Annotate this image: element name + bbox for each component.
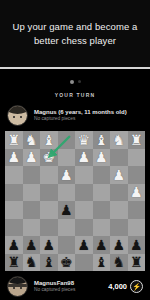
black-pawn[interactable]: ♟ (42, 238, 55, 252)
board-square[interactable]: ♟ (23, 149, 41, 167)
board-square[interactable] (5, 184, 23, 202)
board-square[interactable] (75, 184, 93, 202)
board-square[interactable] (75, 254, 93, 272)
board-square[interactable]: ♟ (23, 236, 41, 254)
coin-amount: 4,000 (108, 282, 127, 291)
board-square[interactable] (75, 219, 93, 237)
avatar-hair (7, 276, 28, 284)
board-square[interactable]: ♟ (5, 236, 23, 254)
black-knight[interactable]: ♞ (112, 255, 125, 269)
board-square[interactable]: ♜ (128, 131, 146, 149)
white-pawn[interactable]: ♟ (25, 150, 38, 164)
board-square[interactable] (23, 166, 41, 184)
board-square[interactable] (5, 166, 23, 184)
black-pawn[interactable]: ♟ (95, 238, 108, 252)
board-square[interactable]: ♚ (40, 149, 58, 167)
black-pawn[interactable]: ♟ (7, 238, 20, 252)
white-rook[interactable]: ♜ (7, 133, 20, 147)
section-divider (0, 67, 150, 69)
board-square[interactable]: ♟ (58, 201, 76, 219)
board-square[interactable]: ♜ (5, 254, 23, 272)
board-square[interactable]: ♟ (5, 149, 23, 167)
board-square[interactable]: ♝ (93, 254, 111, 272)
white-rook[interactable]: ♜ (130, 133, 143, 147)
board-square[interactable] (93, 201, 111, 219)
white-bishop[interactable]: ♝ (95, 133, 108, 147)
board-square[interactable]: ♟ (58, 166, 76, 184)
board-square[interactable] (93, 166, 111, 184)
board-square[interactable]: ♟ (75, 236, 93, 254)
black-bishop[interactable]: ♝ (42, 255, 55, 269)
white-pawn[interactable]: ♟ (60, 168, 73, 182)
headphones (7, 284, 28, 287)
board-square[interactable]: ♟ (110, 166, 128, 184)
board-square[interactable] (128, 149, 146, 167)
white-pawn[interactable]: ♟ (112, 168, 125, 182)
board-square[interactable] (58, 219, 76, 237)
white-king[interactable]: ♚ (42, 150, 55, 164)
player-avatar (7, 276, 28, 297)
board-square[interactable] (128, 219, 146, 237)
black-pawn[interactable]: ♟ (77, 238, 90, 252)
black-king[interactable]: ♚ (60, 255, 73, 269)
board-square[interactable]: ♜ (128, 254, 146, 272)
board-square[interactable] (23, 184, 41, 202)
board-square[interactable]: ♝ (93, 131, 111, 149)
board-square[interactable] (40, 219, 58, 237)
board-square[interactable] (58, 131, 76, 149)
board-square[interactable]: ♟ (128, 236, 146, 254)
black-bishop[interactable]: ♝ (95, 255, 108, 269)
board-square[interactable]: ♟ (93, 236, 111, 254)
board-square[interactable] (110, 219, 128, 237)
board-square[interactable]: ♜ (5, 131, 23, 149)
player-name: MagnusFan98 (34, 280, 75, 286)
opponent-row: Magnus (6 years, 11 months old) No captu… (0, 103, 150, 127)
white-knight[interactable]: ♞ (25, 133, 38, 147)
promo-header: Up your game and become a better chess p… (0, 0, 150, 67)
black-pawn[interactable]: ♟ (60, 203, 73, 217)
avatar-hair (7, 105, 28, 114)
board-square[interactable]: ♞ (23, 254, 41, 272)
board-square[interactable]: ♟ (40, 236, 58, 254)
board-square[interactable] (40, 201, 58, 219)
turn-indicator: YOUR TURN (0, 92, 150, 98)
headline-text: Up your game and become a better chess p… (0, 20, 150, 48)
board-square[interactable] (110, 149, 128, 167)
board-square[interactable] (75, 201, 93, 219)
board-square[interactable]: ♟ (110, 236, 128, 254)
board-square[interactable] (93, 219, 111, 237)
board-square[interactable] (110, 201, 128, 219)
carousel-dot-inactive[interactable] (78, 80, 81, 83)
white-queen[interactable]: ♛ (77, 133, 90, 147)
board-square[interactable] (128, 166, 146, 184)
carousel-dot-active[interactable] (70, 80, 74, 84)
white-pawn[interactable]: ♟ (7, 150, 20, 164)
coin-icon: ⚡ (130, 280, 143, 293)
board-square[interactable]: ♛ (75, 131, 93, 149)
white-pawn[interactable]: ♟ (77, 150, 90, 164)
board-square[interactable] (58, 184, 76, 202)
black-pawn[interactable]: ♟ (112, 238, 125, 252)
board-square[interactable] (58, 236, 76, 254)
white-pawn[interactable]: ♟ (130, 185, 143, 199)
coin-balance[interactable]: 4,000 ⚡ (108, 280, 143, 293)
black-pawn[interactable]: ♟ (25, 238, 38, 252)
opponent-avatar (7, 105, 28, 126)
carousel-dots[interactable] (0, 79, 150, 84)
board-square[interactable] (93, 184, 111, 202)
board-grid: ♜♞♝♛♝♞♜♟♟♚♟♟♟♟♟♟♟♟♟♟♟♟♟♜♞♝♚♝♞♜ (5, 131, 145, 271)
player-captured-pieces: No captured pieces (34, 287, 75, 292)
board-square[interactable]: ♟ (93, 149, 111, 167)
player-row: MagnusFan98 No captured pieces 4,000 ⚡ (0, 271, 150, 300)
board-square[interactable] (5, 219, 23, 237)
lightning-bolt-icon: ⚡ (132, 282, 141, 289)
board-square[interactable] (40, 184, 58, 202)
board-square[interactable]: ♞ (23, 131, 41, 149)
black-rook[interactable]: ♜ (7, 255, 20, 269)
board-square[interactable]: ♝ (40, 254, 58, 272)
opponent-captured-pieces: No captured pieces (34, 116, 127, 121)
board-square[interactable] (75, 166, 93, 184)
board-square[interactable]: ♞ (110, 254, 128, 272)
board-square[interactable]: ♟ (75, 149, 93, 167)
chess-board: ♜♞♝♛♝♞♜♟♟♚♟♟♟♟♟♟♟♟♟♟♟♟♟♜♞♝♚♝♞♜ (5, 131, 145, 271)
app-screen: Up your game and become a better chess p… (0, 0, 150, 300)
board-square[interactable] (23, 201, 41, 219)
board-square[interactable]: ♚ (58, 254, 76, 272)
board-square[interactable] (128, 201, 146, 219)
white-pawn[interactable]: ♟ (95, 150, 108, 164)
board-square[interactable]: ♝ (40, 131, 58, 149)
board-square[interactable] (5, 201, 23, 219)
opponent-name: Magnus (6 years, 11 months old) (34, 109, 127, 115)
board-square[interactable]: ♞ (110, 131, 128, 149)
white-knight[interactable]: ♞ (112, 133, 125, 147)
black-rook[interactable]: ♜ (130, 255, 143, 269)
board-square[interactable] (58, 149, 76, 167)
board-square[interactable] (40, 166, 58, 184)
white-bishop[interactable]: ♝ (42, 133, 55, 147)
board-square[interactable] (110, 184, 128, 202)
black-knight[interactable]: ♞ (25, 255, 38, 269)
board-square[interactable]: ♟ (128, 184, 146, 202)
board-square[interactable] (23, 219, 41, 237)
black-pawn[interactable]: ♟ (130, 238, 143, 252)
